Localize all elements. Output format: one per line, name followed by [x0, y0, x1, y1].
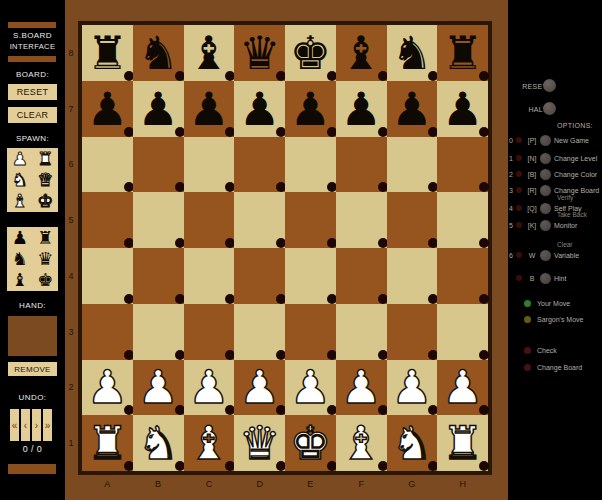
file-label-h: H [437, 479, 488, 489]
piece-black-pawn[interactable]: ♟ [188, 86, 229, 132]
piece-white-bishop[interactable]: ♝ [188, 420, 229, 466]
square-c6[interactable] [184, 137, 235, 193]
led-label: Sargon's Move [537, 316, 583, 323]
right-sidebar: RESET HALT OPTIONS: 0[P]New Game1[N]Chan… [508, 0, 602, 500]
square-g3[interactable] [387, 304, 438, 360]
option-button[interactable] [540, 135, 551, 146]
led-indicator [524, 364, 531, 371]
option-button[interactable] [540, 273, 551, 284]
black-pawn-icon: ♟ [12, 229, 28, 247]
square-c3[interactable] [184, 304, 235, 360]
option-label: Change Level [554, 155, 597, 162]
undo-controls: «‹›» [10, 409, 56, 441]
file-label-b: B [133, 479, 184, 489]
square-b2[interactable]: ♟ [133, 360, 184, 416]
option-led [516, 187, 522, 193]
square-e2[interactable]: ♟ [285, 360, 336, 416]
option-number: 0 [509, 137, 516, 144]
status-led-your-move: Your Move [524, 297, 570, 309]
piece-white-rook[interactable]: ♜ [87, 420, 128, 466]
rank-label-5: 5 [65, 192, 77, 248]
spawn-palette-black: ♟♜♞♛♝♚ [7, 227, 58, 291]
option-label: Change Board [554, 187, 599, 194]
piece-black-knight[interactable]: ♞ [138, 30, 179, 76]
option-label: Variable [554, 252, 579, 259]
options-list: 0[P]New Game1[N]Change Level2[B]Change C… [509, 0, 602, 300]
piece-black-queen[interactable]: ♛ [239, 30, 280, 76]
square-e1[interactable]: ♚ [285, 415, 336, 471]
square-e7[interactable]: ♟ [285, 81, 336, 137]
led-indicator [524, 347, 531, 354]
option-led [516, 171, 522, 177]
option-label: Monitor [554, 222, 577, 229]
piece-black-pawn[interactable]: ♟ [138, 86, 179, 132]
square-a4[interactable] [82, 248, 133, 304]
divider-bar [8, 464, 56, 474]
option-button[interactable] [540, 203, 551, 214]
piece-white-bishop[interactable]: ♝ [341, 420, 382, 466]
square-e6[interactable] [285, 137, 336, 193]
rank-labels: 87654321 [65, 25, 77, 471]
led-indicator [524, 316, 531, 323]
option-led [516, 205, 522, 211]
rank-label-1: 1 [65, 415, 77, 471]
option-row-new-game: 0[P]New Game [509, 134, 602, 146]
option-number: 5 [509, 222, 516, 229]
square-d3[interactable] [234, 304, 285, 360]
square-d7[interactable]: ♟ [234, 81, 285, 137]
rank-label-2: 2 [65, 360, 77, 416]
square-f6[interactable] [336, 137, 387, 193]
chess-board: ♜♞♝♛♚♝♞♜♟♟♟♟♟♟♟♟♟♟♟♟♟♟♟♟♜♞♝♛♚♝♞♜ [78, 21, 492, 475]
square-g4[interactable] [387, 248, 438, 304]
option-key-label: [R] [524, 187, 540, 194]
undo-button-forward[interactable]: › [32, 409, 41, 441]
piece-black-pawn[interactable]: ♟ [87, 86, 128, 132]
file-label-a: A [82, 479, 133, 489]
piece-black-pawn[interactable]: ♟ [341, 86, 382, 132]
spawn-white-bishop[interactable]: ♝ [7, 191, 33, 212]
file-label-d: D [234, 479, 285, 489]
option-button[interactable] [540, 250, 551, 261]
divider-bar [8, 22, 56, 28]
square-f8[interactable]: ♝ [336, 25, 387, 81]
square-c7[interactable]: ♟ [184, 81, 235, 137]
white-rook-icon: ♜ [37, 150, 53, 168]
square-a7[interactable]: ♟ [82, 81, 133, 137]
remove-button[interactable]: REMOVE [8, 362, 57, 376]
square-e4[interactable] [285, 248, 336, 304]
rank-label-8: 8 [65, 25, 77, 81]
piece-white-pawn[interactable]: ♟ [87, 364, 128, 410]
option-key-label: [K] [524, 222, 540, 229]
square-f1[interactable]: ♝ [336, 415, 387, 471]
square-e3[interactable] [285, 304, 336, 360]
option-number: 3 [509, 187, 516, 194]
square-c1[interactable]: ♝ [184, 415, 235, 471]
undo-button-back[interactable]: ‹ [21, 409, 30, 441]
black-rook-icon: ♜ [37, 229, 53, 247]
spawn-palette-white: ♟♜♞♛♝♚ [7, 148, 58, 212]
option-number: 6 [509, 252, 516, 259]
square-g2[interactable]: ♟ [387, 360, 438, 416]
left-sidebar: S.BOARD INTERFACE BOARD: RESET CLEAR SPA… [0, 0, 65, 500]
rank-label-6: 6 [65, 137, 77, 193]
divider-bar [8, 56, 56, 62]
square-f5[interactable] [336, 192, 387, 248]
option-led [516, 275, 522, 281]
spawn-section-label: SPAWN: [0, 134, 65, 143]
option-number: 2 [509, 171, 516, 178]
square-g5[interactable] [387, 192, 438, 248]
status-led-change-board: Change Board [524, 361, 582, 373]
option-number: 1 [509, 155, 516, 162]
square-c8[interactable]: ♝ [184, 25, 235, 81]
square-g8[interactable]: ♞ [387, 25, 438, 81]
option-row-hint: BHint [509, 272, 602, 284]
option-key-label: [P] [524, 137, 540, 144]
square-d4[interactable] [234, 248, 285, 304]
white-queen-icon: ♛ [37, 171, 53, 189]
option-led [516, 155, 522, 161]
piece-white-pawn[interactable]: ♟ [442, 364, 483, 410]
option-pre-label: Verify [557, 194, 573, 201]
square-g1[interactable]: ♞ [387, 415, 438, 471]
status-led-sargon-s-move: Sargon's Move [524, 313, 583, 325]
black-knight-icon: ♞ [12, 250, 28, 268]
option-row-variable: Clear6WVariable [509, 249, 602, 261]
square-g7[interactable]: ♟ [387, 81, 438, 137]
option-row-change-level: 1[N]Change Level [509, 152, 602, 164]
square-d8[interactable]: ♛ [234, 25, 285, 81]
square-f2[interactable]: ♟ [336, 360, 387, 416]
file-labels: ABCDEFGH [82, 479, 488, 489]
square-b6[interactable] [133, 137, 184, 193]
piece-black-rook[interactable]: ♜ [87, 30, 128, 76]
board-clear-button[interactable]: CLEAR [8, 107, 57, 123]
piece-white-rook[interactable]: ♜ [442, 420, 483, 466]
led-indicator [524, 300, 531, 307]
status-led-check: Check [524, 344, 557, 356]
option-led [516, 137, 522, 143]
square-h5[interactable] [437, 192, 488, 248]
square-a5[interactable] [82, 192, 133, 248]
white-pawn-icon: ♟ [12, 150, 28, 168]
spawn-black-queen[interactable]: ♛ [33, 248, 59, 269]
square-d5[interactable] [234, 192, 285, 248]
square-b3[interactable] [133, 304, 184, 360]
spawn-black-knight[interactable]: ♞ [7, 248, 33, 269]
square-f3[interactable] [336, 304, 387, 360]
file-label-c: C [184, 479, 235, 489]
square-e5[interactable] [285, 192, 336, 248]
option-key-label: [Q] [524, 205, 540, 212]
led-label: Your Move [537, 300, 570, 307]
option-button[interactable] [540, 153, 551, 164]
square-h3[interactable] [437, 304, 488, 360]
square-c2[interactable]: ♟ [184, 360, 235, 416]
option-row-monitor: Take Back5[K]Monitor [509, 219, 602, 231]
option-label: New Game [554, 137, 589, 144]
option-key-label: W [524, 252, 540, 259]
square-d2[interactable]: ♟ [234, 360, 285, 416]
board-section-label: BOARD: [0, 70, 65, 79]
black-queen-icon: ♛ [37, 250, 53, 268]
square-f4[interactable] [336, 248, 387, 304]
option-key-label: [B] [524, 171, 540, 178]
square-a2[interactable]: ♟ [82, 360, 133, 416]
piece-black-bishop[interactable]: ♝ [341, 30, 382, 76]
white-king-icon: ♚ [37, 192, 53, 210]
option-key-label: B [524, 275, 540, 282]
hand-slot[interactable] [8, 316, 57, 356]
square-c5[interactable] [184, 192, 235, 248]
white-bishop-icon: ♝ [12, 192, 28, 210]
piece-white-king[interactable]: ♚ [290, 420, 331, 466]
piece-black-pawn[interactable]: ♟ [239, 86, 280, 132]
square-d6[interactable] [234, 137, 285, 193]
hand-section-label: HAND: [0, 301, 65, 310]
spawn-black-king[interactable]: ♚ [33, 270, 59, 291]
square-d1[interactable]: ♛ [234, 415, 285, 471]
option-row-self-play: Verify4[Q]Self Play [509, 202, 602, 214]
piece-white-knight[interactable]: ♞ [391, 420, 432, 466]
undo-button-first[interactable]: « [10, 409, 19, 441]
piece-white-pawn[interactable]: ♟ [138, 364, 179, 410]
square-f7[interactable]: ♟ [336, 81, 387, 137]
piece-black-pawn[interactable]: ♟ [391, 86, 432, 132]
square-b4[interactable] [133, 248, 184, 304]
spawn-white-king[interactable]: ♚ [33, 191, 59, 212]
file-label-f: F [336, 479, 387, 489]
piece-black-knight[interactable]: ♞ [391, 30, 432, 76]
square-h1[interactable]: ♜ [437, 415, 488, 471]
piece-white-knight[interactable]: ♞ [138, 420, 179, 466]
undo-section-label: UNDO: [0, 393, 65, 402]
square-a6[interactable] [82, 137, 133, 193]
board-reset-button[interactable]: RESET [8, 84, 57, 100]
piece-white-pawn[interactable]: ♟ [188, 364, 229, 410]
piece-black-bishop[interactable]: ♝ [188, 30, 229, 76]
white-knight-icon: ♞ [12, 171, 28, 189]
option-pre-label: Clear [557, 241, 573, 248]
square-h7[interactable]: ♟ [437, 81, 488, 137]
file-label-g: G [387, 479, 438, 489]
app-title-line1: S.BOARD [0, 31, 65, 40]
option-led [516, 252, 522, 258]
led-label: Change Board [537, 364, 582, 371]
undo-counter: 0 / 0 [0, 444, 65, 454]
option-button[interactable] [540, 169, 551, 180]
option-button[interactable] [540, 220, 551, 231]
option-number: 4 [509, 205, 516, 212]
spawn-white-pawn[interactable]: ♟ [7, 148, 33, 169]
piece-white-pawn[interactable]: ♟ [341, 364, 382, 410]
square-e8[interactable]: ♚ [285, 25, 336, 81]
piece-black-pawn[interactable]: ♟ [442, 86, 483, 132]
square-c4[interactable] [184, 248, 235, 304]
undo-button-last[interactable]: » [43, 409, 52, 441]
piece-black-rook[interactable]: ♜ [442, 30, 483, 76]
square-b8[interactable]: ♞ [133, 25, 184, 81]
piece-white-pawn[interactable]: ♟ [391, 364, 432, 410]
led-label: Check [537, 347, 557, 354]
square-a3[interactable] [82, 304, 133, 360]
spawn-black-bishop[interactable]: ♝ [7, 270, 33, 291]
option-label: Change Color [554, 171, 597, 178]
piece-white-pawn[interactable]: ♟ [290, 364, 331, 410]
spawn-white-knight[interactable]: ♞ [7, 169, 33, 190]
option-row-change-board: 3[R]Change Board [509, 184, 602, 196]
square-g6[interactable] [387, 137, 438, 193]
black-bishop-icon: ♝ [12, 271, 28, 289]
file-label-e: E [285, 479, 336, 489]
rank-label-4: 4 [65, 248, 77, 304]
square-h8[interactable]: ♜ [437, 25, 488, 81]
square-h6[interactable] [437, 137, 488, 193]
square-b5[interactable] [133, 192, 184, 248]
spawn-white-queen[interactable]: ♛ [33, 169, 59, 190]
square-h2[interactable]: ♟ [437, 360, 488, 416]
option-led [516, 222, 522, 228]
square-a8[interactable]: ♜ [82, 25, 133, 81]
spawn-white-rook[interactable]: ♜ [33, 148, 59, 169]
black-king-icon: ♚ [37, 271, 53, 289]
option-button[interactable] [540, 185, 551, 196]
piece-white-queen[interactable]: ♛ [239, 420, 280, 466]
sboard-interface-app: 87654321 ABCDEFGH ♜♞♝♛♚♝♞♜♟♟♟♟♟♟♟♟♟♟♟♟♟♟… [0, 0, 602, 500]
square-h4[interactable] [437, 248, 488, 304]
piece-black-pawn[interactable]: ♟ [290, 86, 331, 132]
option-key-label: [N] [524, 155, 540, 162]
option-row-change-color: 2[B]Change Color [509, 168, 602, 180]
spawn-black-pawn[interactable]: ♟ [7, 227, 33, 248]
option-label: Hint [554, 275, 566, 282]
square-a1[interactable]: ♜ [82, 415, 133, 471]
piece-black-king[interactable]: ♚ [290, 30, 331, 76]
spawn-black-rook[interactable]: ♜ [33, 227, 59, 248]
rank-label-7: 7 [65, 81, 77, 137]
square-b1[interactable]: ♞ [133, 415, 184, 471]
option-pre-label: Take Back [557, 211, 587, 218]
square-b7[interactable]: ♟ [133, 81, 184, 137]
app-title-line2: INTERFACE [0, 42, 65, 51]
rank-label-3: 3 [65, 304, 77, 360]
piece-white-pawn[interactable]: ♟ [239, 364, 280, 410]
